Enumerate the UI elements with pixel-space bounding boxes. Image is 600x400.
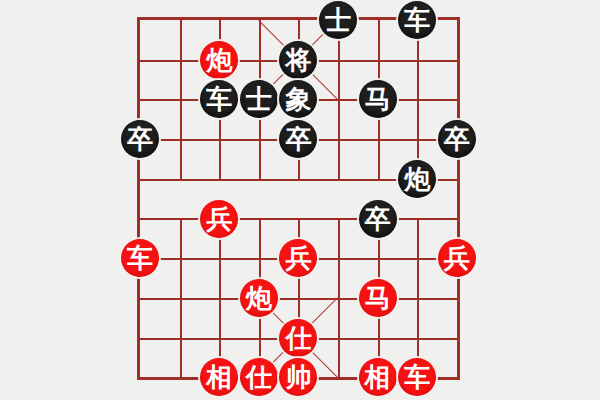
point-marker-corner [402, 283, 412, 293]
piece-red-advisor[interactable]: 仕 [279, 319, 317, 357]
point-marker-corner [402, 84, 412, 94]
xiangqi-board[interactable]: 士车炮将车士象马卒卒卒炮兵卒车兵兵炮马仕相仕帅相车 [137, 17, 460, 380]
point-marker-corner [402, 104, 412, 114]
point-marker [400, 82, 434, 116]
board-cell [140, 179, 180, 219]
piece-black-chariot[interactable]: 车 [398, 1, 436, 39]
point-marker-corner [363, 124, 373, 134]
point-marker-corner [383, 263, 393, 273]
point-marker-corner [422, 283, 432, 293]
point-marker-corner [185, 303, 195, 313]
point-marker-corner [363, 263, 373, 273]
piece-black-pawn[interactable]: 卒 [359, 200, 397, 238]
piece-red-king[interactable]: 帅 [279, 358, 317, 396]
point-marker-corner [363, 243, 373, 253]
point-marker-corner [165, 283, 175, 293]
point-marker-corner [204, 243, 214, 253]
point-marker-corner [422, 303, 432, 313]
point-marker [361, 241, 395, 275]
piece-red-cannon[interactable]: 炮 [200, 41, 238, 79]
piece-black-pawn[interactable]: 卒 [438, 120, 476, 158]
piece-red-elephant[interactable]: 相 [200, 358, 238, 396]
point-marker [163, 281, 197, 315]
point-marker-corner [224, 243, 234, 253]
piece-red-chariot[interactable]: 车 [121, 239, 159, 277]
board-cell [140, 338, 180, 378]
piece-black-cannon[interactable]: 炮 [398, 160, 436, 198]
board-cell [140, 20, 180, 60]
point-marker-corner [165, 303, 175, 313]
piece-black-advisor[interactable]: 士 [240, 80, 278, 118]
point-marker-corner [185, 104, 195, 114]
point-marker [400, 281, 434, 315]
piece-black-pawn[interactable]: 卒 [121, 120, 159, 158]
point-marker [202, 241, 236, 275]
app-background: 士车炮将车士象马卒卒卒炮兵卒车兵兵炮马仕相仕帅相车 [0, 0, 600, 400]
point-marker-corner [383, 243, 393, 253]
point-marker-corner [204, 263, 214, 273]
point-marker-corner [422, 104, 432, 114]
point-marker-corner [383, 124, 393, 134]
point-marker-corner [224, 124, 234, 134]
point-marker-corner [185, 283, 195, 293]
piece-black-horse[interactable]: 马 [359, 80, 397, 118]
point-marker-corner [383, 144, 393, 154]
point-marker [361, 122, 395, 156]
piece-red-chariot[interactable]: 车 [398, 358, 436, 396]
piece-black-advisor[interactable]: 士 [319, 1, 357, 39]
piece-red-pawn[interactable]: 兵 [438, 239, 476, 277]
piece-red-pawn[interactable]: 兵 [200, 200, 238, 238]
piece-red-cannon[interactable]: 炮 [240, 279, 278, 317]
point-marker-corner [224, 144, 234, 154]
piece-red-elephant[interactable]: 相 [359, 358, 397, 396]
point-marker-corner [165, 84, 175, 94]
piece-red-horse[interactable]: 马 [359, 279, 397, 317]
point-marker-corner [402, 303, 412, 313]
point-marker-corner [185, 84, 195, 94]
piece-red-advisor[interactable]: 仕 [240, 358, 278, 396]
point-marker-corner [422, 84, 432, 94]
point-marker-corner [224, 263, 234, 273]
point-marker [163, 82, 197, 116]
board-cell [259, 179, 299, 219]
piece-black-general[interactable]: 将 [279, 41, 317, 79]
board-cell [298, 179, 338, 219]
point-marker-corner [363, 144, 373, 154]
point-marker-corner [165, 104, 175, 114]
point-marker-corner [204, 144, 214, 154]
point-marker-corner [204, 124, 214, 134]
point-marker [202, 122, 236, 156]
